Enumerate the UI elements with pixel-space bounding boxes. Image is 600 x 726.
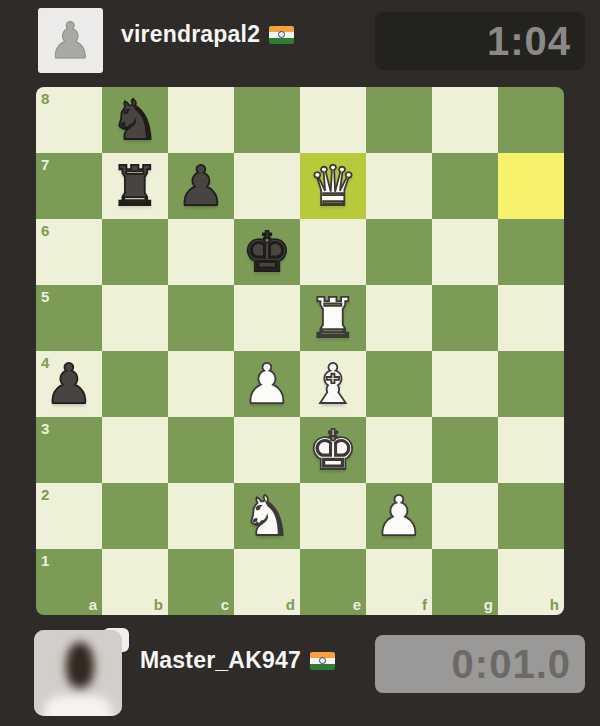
black-pawn[interactable]: ♟ <box>36 351 102 417</box>
square-g8[interactable] <box>432 87 498 153</box>
white-rook[interactable]: ♜ <box>300 285 366 351</box>
square-f8[interactable] <box>366 87 432 153</box>
player-bar: Master_AK947 0:01.0 <box>38 630 585 718</box>
file-label-d: d <box>286 597 295 612</box>
square-c2[interactable] <box>168 483 234 549</box>
square-g2[interactable] <box>432 483 498 549</box>
square-b6[interactable] <box>102 219 168 285</box>
opponent-clock: 1:04 <box>375 12 585 70</box>
square-b4[interactable] <box>102 351 168 417</box>
square-b1[interactable]: b <box>102 549 168 615</box>
white-king[interactable]: ♚ <box>300 417 366 483</box>
player-name-row: Master_AK947 <box>140 647 335 674</box>
player-avatar[interactable] <box>34 630 122 716</box>
opponent-bar: ♟ virendrapal2 1:04 <box>38 8 585 73</box>
rank-label-3: 3 <box>41 421 49 436</box>
square-f7[interactable] <box>366 153 432 219</box>
square-h2[interactable] <box>498 483 564 549</box>
file-label-a: a <box>89 597 97 612</box>
white-pawn[interactable]: ♟ <box>234 351 300 417</box>
file-label-g: g <box>484 597 493 612</box>
file-label-b: b <box>154 597 163 612</box>
square-a8[interactable]: 8 <box>36 87 102 153</box>
white-pawn[interactable]: ♟ <box>366 483 432 549</box>
square-g5[interactable] <box>432 285 498 351</box>
square-c5[interactable] <box>168 285 234 351</box>
square-a6[interactable]: 6 <box>36 219 102 285</box>
square-a1[interactable]: 1a <box>36 549 102 615</box>
square-e1[interactable]: e <box>300 549 366 615</box>
square-g6[interactable] <box>432 219 498 285</box>
square-c6[interactable] <box>168 219 234 285</box>
square-d7[interactable] <box>234 153 300 219</box>
square-a3[interactable]: 3 <box>36 417 102 483</box>
black-king[interactable]: ♚ <box>234 219 300 285</box>
white-knight[interactable]: ♞ <box>234 483 300 549</box>
square-b3[interactable] <box>102 417 168 483</box>
square-e6[interactable] <box>300 219 366 285</box>
square-e5[interactable]: ♜ <box>300 285 366 351</box>
square-f1[interactable]: f <box>366 549 432 615</box>
black-knight[interactable]: ♞ <box>102 87 168 153</box>
file-label-c: c <box>221 597 229 612</box>
square-c4[interactable] <box>168 351 234 417</box>
white-queen[interactable]: ♛ <box>300 153 366 219</box>
white-bishop[interactable]: ♝ <box>300 351 366 417</box>
ashoka-chakra-icon <box>278 31 285 38</box>
square-e3[interactable]: ♚ <box>300 417 366 483</box>
square-a2[interactable]: 2 <box>36 483 102 549</box>
opponent-avatar[interactable]: ♟ <box>38 8 103 73</box>
square-b5[interactable] <box>102 285 168 351</box>
square-e2[interactable] <box>300 483 366 549</box>
rank-label-8: 8 <box>41 91 49 106</box>
square-f5[interactable] <box>366 285 432 351</box>
square-h8[interactable] <box>498 87 564 153</box>
black-pawn[interactable]: ♟ <box>168 153 234 219</box>
square-d5[interactable] <box>234 285 300 351</box>
square-b2[interactable] <box>102 483 168 549</box>
square-b8[interactable]: ♞ <box>102 87 168 153</box>
square-b7[interactable]: ♜ <box>102 153 168 219</box>
square-h4[interactable] <box>498 351 564 417</box>
square-h6[interactable] <box>498 219 564 285</box>
blurred-photo <box>34 630 122 716</box>
square-c7[interactable]: ♟ <box>168 153 234 219</box>
ashoka-chakra-icon <box>319 657 326 664</box>
rank-label-1: 1 <box>41 553 49 568</box>
square-a7[interactable]: 7 <box>36 153 102 219</box>
square-h7[interactable] <box>498 153 564 219</box>
rank-label-5: 5 <box>41 289 49 304</box>
square-d8[interactable] <box>234 87 300 153</box>
player-avatar-photo <box>34 630 122 716</box>
square-d3[interactable] <box>234 417 300 483</box>
square-f2[interactable]: ♟ <box>366 483 432 549</box>
player-username[interactable]: Master_AK947 <box>140 647 301 674</box>
square-e7[interactable]: ♛ <box>300 153 366 219</box>
square-a4[interactable]: 4♟ <box>36 351 102 417</box>
square-c8[interactable] <box>168 87 234 153</box>
file-label-f: f <box>422 597 427 612</box>
file-label-e: e <box>353 597 361 612</box>
square-g1[interactable]: g <box>432 549 498 615</box>
square-f3[interactable] <box>366 417 432 483</box>
square-d6[interactable]: ♚ <box>234 219 300 285</box>
square-h5[interactable] <box>498 285 564 351</box>
square-f4[interactable] <box>366 351 432 417</box>
rank-label-2: 2 <box>41 487 49 502</box>
square-f6[interactable] <box>366 219 432 285</box>
square-d2[interactable]: ♞ <box>234 483 300 549</box>
square-h3[interactable] <box>498 417 564 483</box>
player-clock: 0:01.0 <box>375 635 585 693</box>
square-c3[interactable] <box>168 417 234 483</box>
square-g4[interactable] <box>432 351 498 417</box>
square-d4[interactable]: ♟ <box>234 351 300 417</box>
square-a5[interactable]: 5 <box>36 285 102 351</box>
opponent-name-row: virendrapal2 <box>121 21 294 48</box>
square-e8[interactable] <box>300 87 366 153</box>
file-label-h: h <box>550 597 559 612</box>
india-flag-icon <box>269 26 294 44</box>
square-h1[interactable]: h <box>498 549 564 615</box>
opponent-username[interactable]: virendrapal2 <box>121 21 260 48</box>
square-d1[interactable]: d <box>234 549 300 615</box>
square-g7[interactable] <box>432 153 498 219</box>
default-pawn-avatar-icon: ♟ <box>48 16 93 66</box>
black-rook[interactable]: ♜ <box>102 153 168 219</box>
square-g3[interactable] <box>432 417 498 483</box>
chess-board: 8♞7♜♟♛6♚5♜4♟♟♝3♚2♞♟1abcdefgh <box>36 87 564 615</box>
square-e4[interactable]: ♝ <box>300 351 366 417</box>
square-c1[interactable]: c <box>168 549 234 615</box>
india-flag-icon <box>310 652 335 670</box>
rank-label-6: 6 <box>41 223 49 238</box>
rank-label-7: 7 <box>41 157 49 172</box>
game-screen: ♟ virendrapal2 1:04 8♞7♜♟♛6♚5♜4♟♟♝3♚2♞♟1… <box>0 0 600 726</box>
